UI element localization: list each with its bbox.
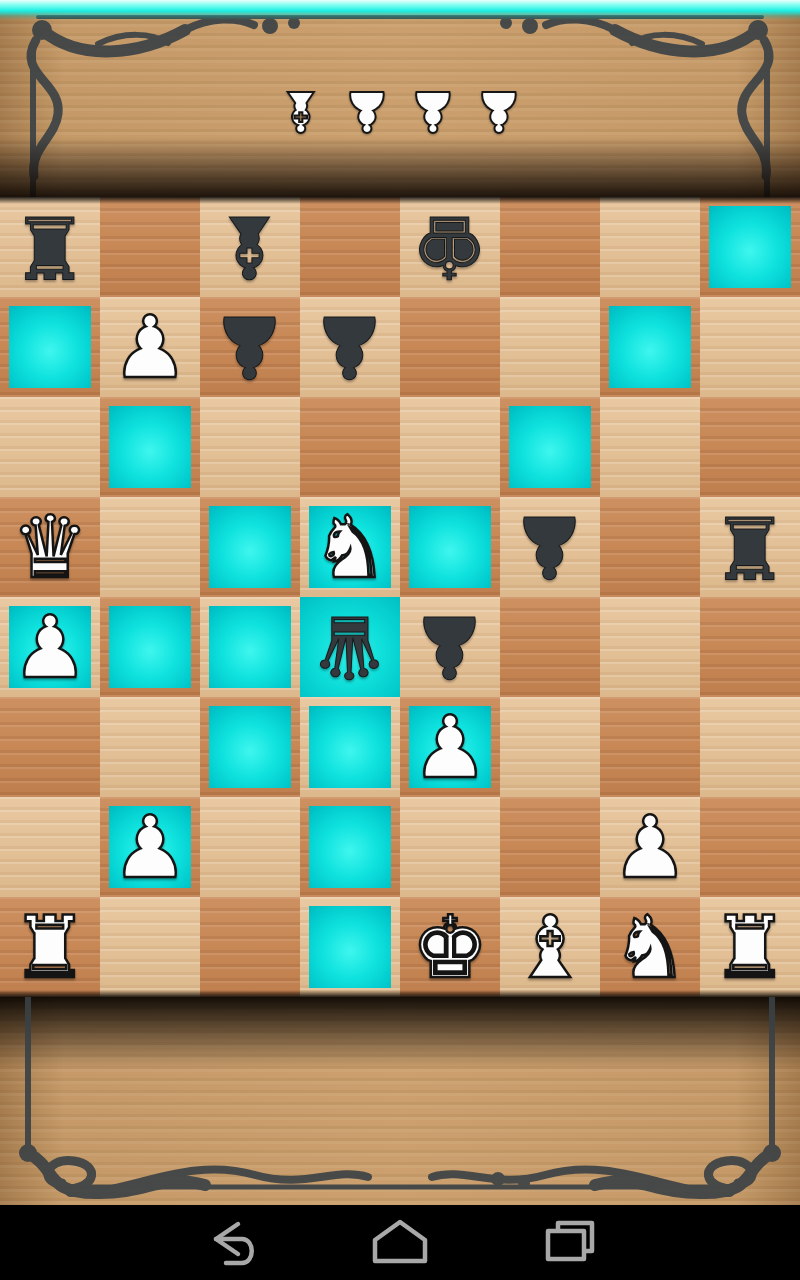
square-f3[interactable] [500, 697, 600, 797]
square-d4[interactable]: ♛ [300, 597, 400, 697]
back-icon [204, 1217, 260, 1269]
square-g1[interactable]: ♞ [600, 897, 700, 997]
square-e6[interactable] [400, 397, 500, 497]
captured-white-pawn: ♟ [334, 78, 400, 144]
piece-white-bishop-f1: ♝ [511, 897, 588, 997]
square-e3[interactable]: ♟ [400, 697, 500, 797]
square-g7[interactable] [600, 297, 700, 397]
square-f6[interactable] [500, 397, 600, 497]
square-b6[interactable] [100, 397, 200, 497]
piece-white-knight-d5: ♞ [311, 497, 388, 597]
back-button[interactable] [204, 1217, 260, 1269]
square-h7[interactable] [700, 297, 800, 397]
square-f4[interactable] [500, 597, 600, 697]
piece-white-pawn-g2: ♟ [611, 797, 688, 897]
square-b7[interactable]: ♟ [100, 297, 200, 397]
square-h8[interactable] [700, 197, 800, 297]
captured-white-bishop: ♝ [268, 78, 334, 144]
square-h3[interactable] [700, 697, 800, 797]
home-button[interactable] [372, 1217, 428, 1269]
square-e5[interactable] [400, 497, 500, 597]
home-icon [372, 1217, 428, 1269]
piece-white-king-e1: ♚ [411, 897, 488, 997]
piece-black-king-e8: ♚ [411, 197, 488, 297]
piece-black-rook-a8: ♜ [11, 197, 88, 297]
square-d7[interactable]: ♟ [300, 297, 400, 397]
square-b1[interactable] [100, 897, 200, 997]
square-a8[interactable]: ♜ [0, 197, 100, 297]
piece-white-knight-g1: ♞ [611, 897, 688, 997]
square-e7[interactable] [400, 297, 500, 397]
piece-black-queen-d4: ♛ [311, 597, 388, 697]
piece-white-rook-a1: ♜ [11, 897, 88, 997]
square-g4[interactable] [600, 597, 700, 697]
piece-white-pawn-a4: ♟ [11, 597, 88, 697]
square-f5[interactable]: ♟ [500, 497, 600, 597]
piece-white-pawn-e3: ♟ [411, 697, 488, 797]
square-e8[interactable]: ♚ [400, 197, 500, 297]
square-g3[interactable] [600, 697, 700, 797]
square-c1[interactable] [200, 897, 300, 997]
square-h5[interactable]: ♜ [700, 497, 800, 597]
square-d6[interactable] [300, 397, 400, 497]
square-c8[interactable]: ♝ [200, 197, 300, 297]
square-a4[interactable]: ♟ [0, 597, 100, 697]
square-h2[interactable] [700, 797, 800, 897]
square-d8[interactable] [300, 197, 400, 297]
top-wood-panel: ♝♟♟♟ [0, 0, 800, 197]
square-e1[interactable]: ♚ [400, 897, 500, 997]
square-h6[interactable] [700, 397, 800, 497]
board: ♜♝♚♟♟♟♛♞♟♜♟♛♟♟♟♟♜♚♝♞♜ [0, 197, 800, 997]
piece-black-pawn-c7: ♟ [211, 297, 288, 397]
square-d1[interactable] [300, 897, 400, 997]
chess-app-screen: ♝♟♟♟ ♜♝♚♟♟♟♛♞♟♜♟♛♟♟♟♟♜♚♝♞♜ [0, 0, 800, 1280]
captured-white-pawn: ♟ [466, 78, 532, 144]
square-f7[interactable] [500, 297, 600, 397]
captured-white-tray: ♝♟♟♟ [0, 78, 800, 144]
piece-white-pawn-b2: ♟ [111, 797, 188, 897]
square-e4[interactable]: ♟ [400, 597, 500, 697]
square-b4[interactable] [100, 597, 200, 697]
square-e2[interactable] [400, 797, 500, 897]
square-a6[interactable] [0, 397, 100, 497]
piece-black-pawn-e4: ♟ [411, 597, 488, 697]
square-g6[interactable] [600, 397, 700, 497]
square-g2[interactable]: ♟ [600, 797, 700, 897]
piece-black-rook-h5: ♜ [711, 497, 788, 597]
frame-ornament-bottom [0, 997, 800, 1205]
square-c2[interactable] [200, 797, 300, 897]
captured-white-pawn: ♟ [400, 78, 466, 144]
square-a3[interactable] [0, 697, 100, 797]
square-b3[interactable] [100, 697, 200, 797]
piece-white-queen-a5: ♛ [11, 497, 88, 597]
piece-black-pawn-d7: ♟ [311, 297, 388, 397]
square-a1[interactable]: ♜ [0, 897, 100, 997]
square-h1[interactable]: ♜ [700, 897, 800, 997]
square-h4[interactable] [700, 597, 800, 697]
square-d5[interactable]: ♞ [300, 497, 400, 597]
recents-icon [540, 1217, 596, 1269]
android-nav-bar [0, 1205, 800, 1280]
square-c4[interactable] [200, 597, 300, 697]
piece-black-bishop-c8: ♝ [211, 197, 288, 297]
bottom-wood-panel: ♟♟♟♝♞♞♟ [0, 997, 800, 1205]
turn-indicator-glow [0, 0, 800, 20]
piece-white-rook-h1: ♜ [711, 897, 788, 997]
piece-black-pawn-f5: ♟ [511, 497, 588, 597]
square-c5[interactable] [200, 497, 300, 597]
square-b5[interactable] [100, 497, 200, 597]
square-c3[interactable] [200, 697, 300, 797]
piece-white-pawn-b7: ♟ [111, 297, 188, 397]
square-a7[interactable] [0, 297, 100, 397]
square-b8[interactable] [100, 197, 200, 297]
square-d2[interactable] [300, 797, 400, 897]
square-a2[interactable] [0, 797, 100, 897]
square-f1[interactable]: ♝ [500, 897, 600, 997]
square-f2[interactable] [500, 797, 600, 897]
square-d3[interactable] [300, 697, 400, 797]
square-c7[interactable]: ♟ [200, 297, 300, 397]
square-b2[interactable]: ♟ [100, 797, 200, 897]
square-g5[interactable] [600, 497, 700, 597]
square-g8[interactable] [600, 197, 700, 297]
square-a5[interactable]: ♛ [0, 497, 100, 597]
square-f8[interactable] [500, 197, 600, 297]
recents-button[interactable] [540, 1217, 596, 1269]
square-c6[interactable] [200, 397, 300, 497]
